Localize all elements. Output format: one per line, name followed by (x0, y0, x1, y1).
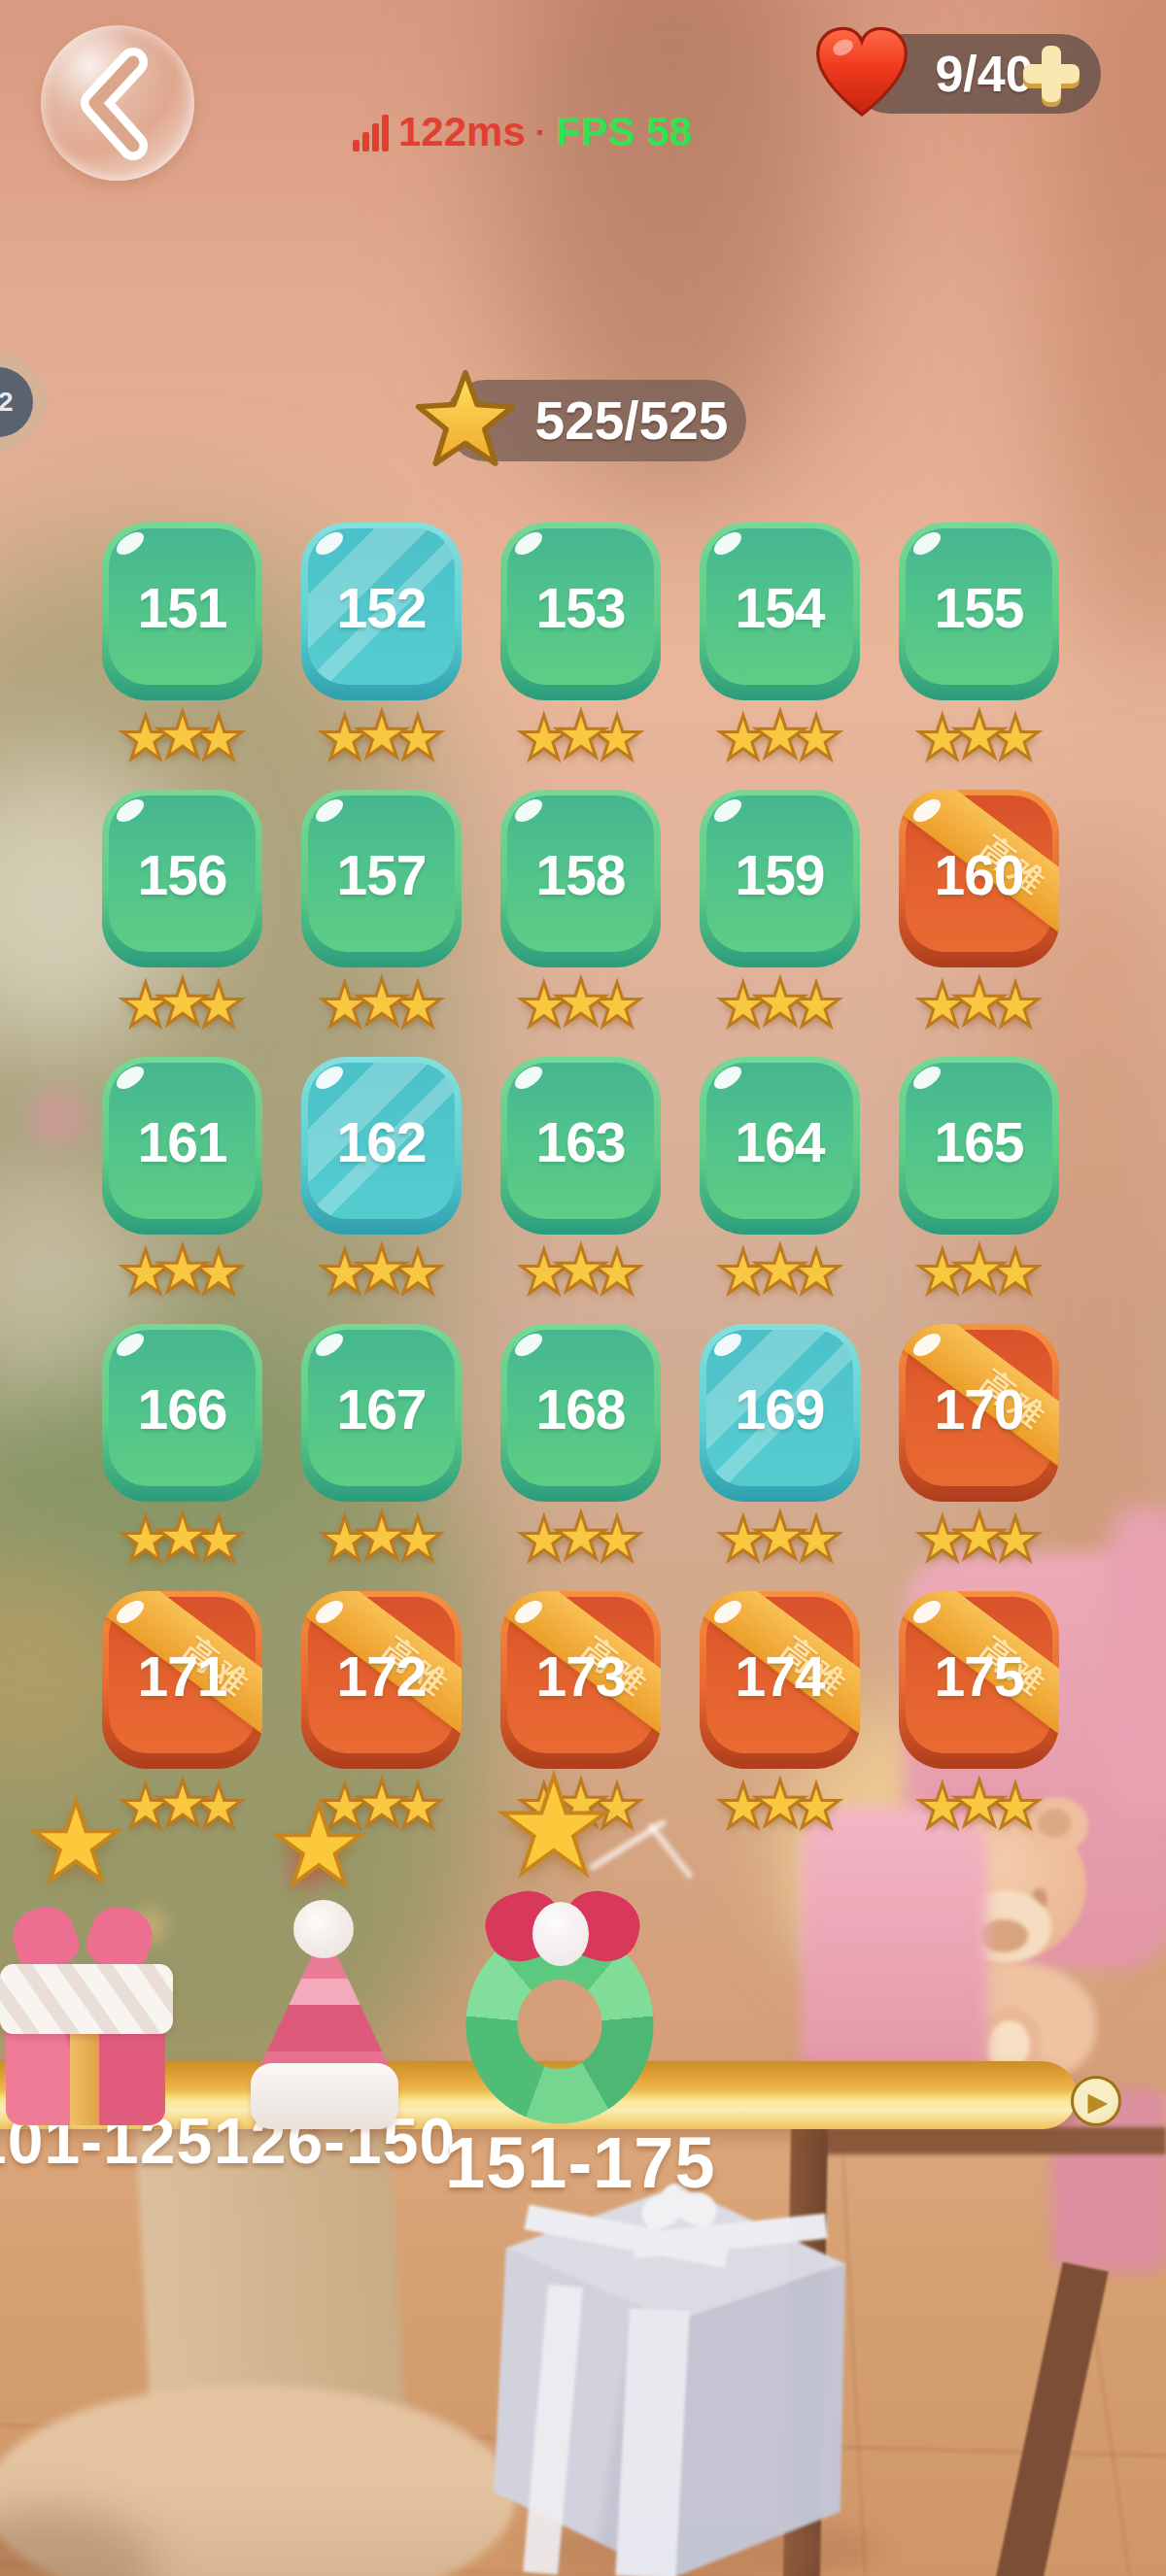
level-number: 162 (336, 1110, 426, 1174)
level-number: 165 (934, 1110, 1023, 1174)
star-icon: ★ (951, 1238, 1008, 1301)
lives-counter: 9/40 (850, 34, 1101, 114)
milestone-star-icon: ★ (270, 1791, 367, 1900)
wrapped-gift-box (484, 2172, 859, 2576)
level-number: 156 (137, 843, 226, 907)
level-button-169[interactable]: 169 (700, 1324, 860, 1502)
side-badge-value: 22 (0, 367, 33, 437)
level-cell: 155★★★ (899, 523, 1059, 768)
level-cell: 164★★★ (700, 1057, 860, 1303)
level-button-162[interactable]: 162 (301, 1057, 462, 1235)
star-icon: ★ (951, 1506, 1008, 1568)
level-button-158[interactable]: 158 (500, 790, 661, 967)
milestone-star-icon: ★ (27, 1787, 124, 1896)
level-button-175[interactable]: 高难175 (899, 1591, 1059, 1769)
level-stars-earned: ★★★ (924, 975, 1034, 1035)
level-number: 151 (137, 576, 226, 640)
star-icon: ★ (154, 1238, 211, 1301)
level-cell: 159★★★ (700, 790, 860, 1035)
level-number: 157 (336, 843, 426, 907)
level-stars-earned: ★★★ (127, 975, 237, 1035)
star-icon: ★ (154, 704, 211, 766)
level-button-151[interactable]: 151 (102, 523, 262, 700)
level-stars-earned: ★★★ (924, 1509, 1034, 1570)
level-number: 175 (934, 1644, 1023, 1709)
level-cell: 151★★★ (102, 523, 262, 768)
level-number: 174 (735, 1644, 824, 1709)
level-cell: 高难170★★★ (899, 1324, 1059, 1570)
level-stars-earned: ★★★ (127, 1242, 237, 1303)
star-icon: ★ (553, 1238, 609, 1301)
side-badge[interactable]: 22 (0, 354, 47, 451)
level-button-159[interactable]: 159 (700, 790, 860, 967)
star-icon: ★ (354, 1506, 410, 1568)
level-grid: 151★★★152★★★153★★★154★★★155★★★156★★★157★… (102, 523, 1064, 1837)
level-stars-earned: ★★★ (924, 1777, 1034, 1837)
level-number: 172 (336, 1644, 426, 1709)
level-number: 171 (137, 1644, 226, 1709)
level-number: 161 (137, 1110, 226, 1174)
level-button-160[interactable]: 高难160 (899, 790, 1059, 967)
table-edge (814, 2127, 1166, 2154)
level-number: 153 (535, 576, 625, 640)
star-icon: ★ (154, 1506, 211, 1568)
level-number: 170 (934, 1377, 1023, 1441)
star-icon: ★ (354, 704, 410, 766)
level-button-174[interactable]: 高难174 (700, 1591, 860, 1769)
level-cell: 154★★★ (700, 523, 860, 768)
level-cell: 166★★★ (102, 1324, 262, 1570)
tree-ornament (29, 1088, 87, 1146)
star-icon: ★ (752, 1506, 808, 1568)
level-button-157[interactable]: 157 (301, 790, 462, 967)
level-stars-earned: ★★★ (127, 1509, 237, 1570)
star-icon: ★ (154, 1773, 211, 1835)
level-number: 168 (535, 1377, 625, 1441)
fps-value: FPS 58 (556, 109, 692, 155)
star-icon: ★ (951, 971, 1008, 1034)
heart-icon (809, 22, 914, 127)
section-label-151-175[interactable]: 151-175 (445, 2121, 686, 2204)
level-button-171[interactable]: 高难171 (102, 1591, 262, 1769)
arrow-right-icon: ▶ (1088, 2088, 1109, 2115)
level-button-165[interactable]: 165 (899, 1057, 1059, 1235)
star-icon: ★ (752, 971, 808, 1034)
level-number: 163 (535, 1110, 625, 1174)
level-cell: 157★★★ (301, 790, 462, 1035)
star-icon: ★ (553, 704, 609, 766)
separator-dot: · (535, 114, 546, 152)
level-number: 158 (535, 843, 625, 907)
level-button-153[interactable]: 153 (500, 523, 661, 700)
level-button-161[interactable]: 161 (102, 1057, 262, 1235)
level-stars-earned: ★★★ (127, 1777, 237, 1837)
level-number: 155 (934, 576, 1023, 640)
star-icon: ★ (752, 1238, 808, 1301)
reward-gift-box-icon[interactable] (0, 1906, 173, 2127)
armchair (1108, 1506, 1166, 1816)
star-icon: ★ (553, 1506, 609, 1568)
chevron-left-icon (41, 25, 194, 181)
level-cell: 高难160★★★ (899, 790, 1059, 1035)
level-button-168[interactable]: 168 (500, 1324, 661, 1502)
star-icon: ★ (154, 971, 211, 1034)
level-stars-earned: ★★★ (326, 1242, 436, 1303)
add-lives-button[interactable] (1023, 46, 1080, 102)
star-total-counter: 525/525 (445, 380, 746, 461)
level-stars-earned: ★★★ (526, 708, 635, 768)
level-stars-earned: ★★★ (924, 1242, 1034, 1303)
level-number: 160 (934, 843, 1023, 907)
level-number: 167 (336, 1377, 426, 1441)
star-icon (412, 366, 519, 473)
level-cell: 158★★★ (500, 790, 661, 1035)
level-cell: 高难174★★★ (700, 1591, 860, 1837)
level-number: 169 (735, 1377, 824, 1441)
star-icon: ★ (553, 971, 609, 1034)
level-button-164[interactable]: 164 (700, 1057, 860, 1235)
level-stars-earned: ★★★ (526, 1242, 635, 1303)
level-stars-earned: ★★★ (526, 1509, 635, 1570)
level-stars-earned: ★★★ (725, 1509, 835, 1570)
reward-wreath-icon[interactable] (463, 1875, 661, 2132)
level-cell: 162★★★ (301, 1057, 462, 1303)
level-stars-earned: ★★★ (326, 708, 436, 768)
armchair-armrest (801, 1807, 987, 2103)
latency-value: 122ms (398, 109, 526, 155)
star-icon: ★ (354, 971, 410, 1034)
level-button-170[interactable]: 高难170 (899, 1324, 1059, 1502)
level-number: 159 (735, 843, 824, 907)
star-icon: ★ (752, 1773, 808, 1835)
level-number: 152 (336, 576, 426, 640)
level-number: 154 (735, 576, 824, 640)
level-cell: 152★★★ (301, 523, 462, 768)
level-stars-earned: ★★★ (526, 975, 635, 1035)
level-stars-earned: ★★★ (127, 708, 237, 768)
level-button-156[interactable]: 156 (102, 790, 262, 967)
reward-santa-hat-icon[interactable] (243, 1900, 406, 2129)
level-button-173[interactable]: 高难173 (500, 1591, 661, 1769)
back-button[interactable] (41, 25, 194, 181)
next-section-button[interactable]: ▶ (1071, 2076, 1121, 2126)
star-icon: ★ (752, 704, 808, 766)
level-stars-earned: ★★★ (924, 708, 1034, 768)
level-number: 166 (137, 1377, 226, 1441)
level-stars-earned: ★★★ (725, 1242, 835, 1303)
level-stars-earned: ★★★ (725, 708, 835, 768)
level-stars-earned: ★★★ (725, 1777, 835, 1837)
level-cell: 高难171★★★ (102, 1591, 262, 1837)
level-cell: 168★★★ (500, 1324, 661, 1570)
level-button-152[interactable]: 152 (301, 523, 462, 700)
level-select-screen: ★ ★ ★ ▶ 101-125 126-150 151-175 151★★★15… (0, 0, 1166, 2576)
level-button-163[interactable]: 163 (500, 1057, 661, 1235)
level-button-154[interactable]: 154 (700, 523, 860, 700)
level-cell: 165★★★ (899, 1057, 1059, 1303)
signal-bars-icon (353, 113, 389, 152)
level-button-166[interactable]: 166 (102, 1324, 262, 1502)
level-stars-earned: ★★★ (725, 975, 835, 1035)
level-cell: 161★★★ (102, 1057, 262, 1303)
level-number: 173 (535, 1644, 625, 1709)
level-cell: 高难175★★★ (899, 1591, 1059, 1837)
level-cell: 156★★★ (102, 790, 262, 1035)
level-button-167[interactable]: 167 (301, 1324, 462, 1502)
star-icon: ★ (354, 1238, 410, 1301)
star-total-value: 525/525 (534, 380, 729, 461)
star-icon: ★ (951, 704, 1008, 766)
level-stars-earned: ★★★ (326, 975, 436, 1035)
level-button-155[interactable]: 155 (899, 523, 1059, 700)
network-stats: 122ms · FPS 58 (353, 105, 692, 159)
level-cell: 167★★★ (301, 1324, 462, 1570)
level-cell: 163★★★ (500, 1057, 661, 1303)
level-number: 164 (735, 1110, 824, 1174)
star-icon: ★ (951, 1773, 1008, 1835)
level-button-172[interactable]: 高难172 (301, 1591, 462, 1769)
level-cell: 153★★★ (500, 523, 661, 768)
level-stars-earned: ★★★ (326, 1509, 436, 1570)
level-cell: 169★★★ (700, 1324, 860, 1570)
